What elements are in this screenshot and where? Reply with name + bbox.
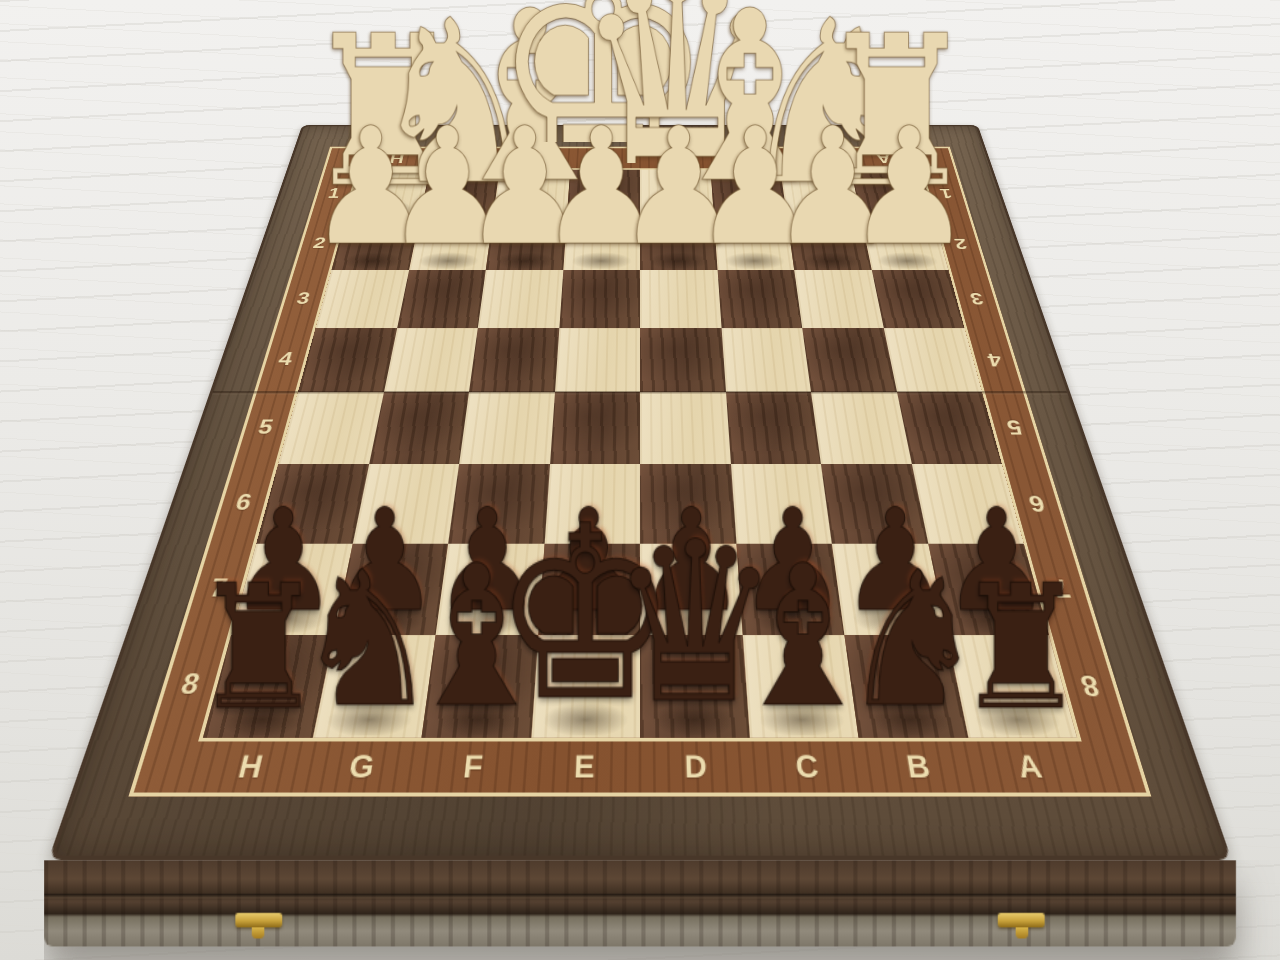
black-rook-a8: ♜ xyxy=(955,563,1088,735)
square-c5 xyxy=(726,392,821,464)
files_top-label-E: E xyxy=(570,148,640,168)
square-f4 xyxy=(469,328,559,392)
square-a2: ♟ xyxy=(861,218,949,270)
files_top-label-D: D xyxy=(640,148,710,168)
coords-top: HGFEDCBA xyxy=(360,148,921,168)
photo-stage: HGFEDCBA HGFEDCBA 12345678 12345678 ♜♞♝♚… xyxy=(0,0,1280,960)
square-e4 xyxy=(555,328,641,392)
square-d5 xyxy=(640,392,730,464)
brass-clasp-right xyxy=(998,914,1045,928)
files_top-label-G: G xyxy=(430,148,503,168)
square-g5 xyxy=(369,392,469,464)
files_top-label-H: H xyxy=(360,148,434,168)
box-front-side xyxy=(44,860,1236,946)
squares-grid: ♜♞♝♚♛♝♞♜♟♟♟♟♟♟♟♟♟♟♟♟♟♟♟♟♜♞♝♚♛♝♞♜ xyxy=(203,170,1077,738)
square-d4 xyxy=(640,328,726,392)
brass-clasp-left xyxy=(235,914,282,928)
square-a4 xyxy=(883,328,982,392)
box-molding-ridge xyxy=(44,893,1236,898)
square-b8: ♞ xyxy=(844,634,967,737)
files_top-label-B: B xyxy=(778,148,851,168)
square-c4 xyxy=(721,328,811,392)
square-b4 xyxy=(802,328,896,392)
square-f5 xyxy=(459,392,554,464)
square-h4 xyxy=(298,328,397,392)
scene: HGFEDCBA HGFEDCBA 12345678 12345678 ♜♞♝♚… xyxy=(210,0,1070,822)
files_top-label-A: A xyxy=(846,148,920,168)
square-e5 xyxy=(550,392,640,464)
files_top-label-F: F xyxy=(500,148,571,168)
square-a8: ♜ xyxy=(946,634,1077,737)
files_top-label-C: C xyxy=(709,148,780,168)
square-h5 xyxy=(278,392,383,464)
square-g4 xyxy=(384,328,478,392)
square-b5 xyxy=(811,392,911,464)
chess-board: HGFEDCBA HGFEDCBA 12345678 12345678 ♜♞♝♚… xyxy=(48,125,1232,860)
